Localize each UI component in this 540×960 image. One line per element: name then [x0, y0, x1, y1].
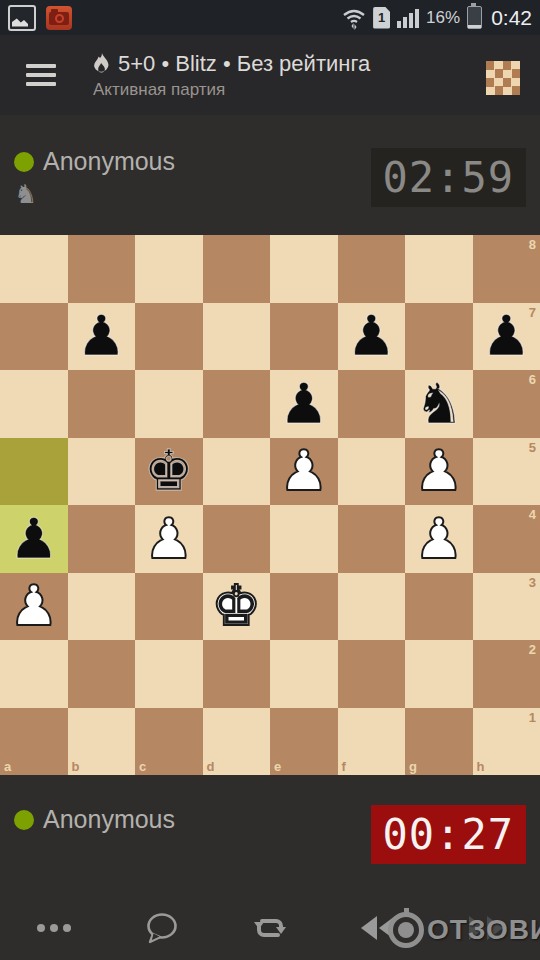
file-label-d: d	[207, 759, 215, 774]
white-pawn[interactable]: ♟	[0, 573, 68, 641]
square-d6[interactable]	[203, 370, 271, 438]
rank-label-1: 1	[529, 710, 536, 725]
gallery-notification-icon	[8, 5, 36, 31]
camera-notification-icon	[46, 6, 72, 30]
bottom-toolbar	[0, 895, 540, 960]
square-c6[interactable]	[135, 370, 203, 438]
file-label-a: a	[4, 759, 11, 774]
app-header: 5+0 • Blitz • Без рейтинга Активная парт…	[0, 35, 540, 115]
square-h2[interactable]: 2	[473, 640, 540, 708]
square-b8[interactable]	[68, 235, 136, 303]
square-e4[interactable]	[270, 505, 338, 573]
square-a3[interactable]: ♟	[0, 573, 68, 641]
square-a6[interactable]	[0, 370, 68, 438]
square-d7[interactable]	[203, 303, 271, 371]
square-a7[interactable]	[0, 303, 68, 371]
square-f6[interactable]	[338, 370, 406, 438]
square-h7[interactable]: ♟7	[473, 303, 540, 371]
chat-button[interactable]	[132, 905, 192, 951]
chat-bubble-icon	[145, 912, 179, 944]
online-indicator	[14, 810, 34, 830]
black-pawn[interactable]: ♟	[338, 303, 406, 371]
square-h5[interactable]: 5	[473, 438, 540, 506]
square-h6[interactable]: 6	[473, 370, 540, 438]
square-d4[interactable]	[203, 505, 271, 573]
opponent-bar: Anonymous ♞ 02:59	[0, 115, 540, 235]
black-knight[interactable]: ♞	[405, 370, 473, 438]
square-f2[interactable]	[338, 640, 406, 708]
file-label-e: e	[274, 759, 281, 774]
white-king[interactable]: ♚	[203, 573, 271, 641]
white-pawn[interactable]: ♟	[405, 438, 473, 506]
rank-label-5: 5	[529, 440, 536, 455]
black-pawn[interactable]: ♟	[0, 505, 68, 573]
captured-knight-icon: ♞	[14, 181, 37, 207]
opponent-name: Anonymous	[43, 147, 175, 176]
game-title: 5+0 • Blitz • Без рейтинга	[118, 51, 370, 77]
signal-strength-icon	[397, 8, 419, 28]
square-g5[interactable]: ♟	[405, 438, 473, 506]
app-screen: 1 16% 0:42 5+0 • Blitz • Без рейтинга Ак…	[0, 0, 540, 960]
square-g8[interactable]	[405, 235, 473, 303]
blitz-flame-icon	[93, 53, 110, 75]
battery-percent: 16%	[426, 8, 460, 28]
flip-board-button[interactable]	[240, 905, 300, 951]
square-c8[interactable]	[135, 235, 203, 303]
square-b6[interactable]	[68, 370, 136, 438]
square-b2[interactable]	[68, 640, 136, 708]
rank-label-3: 3	[529, 575, 536, 590]
sync-cycle-icon	[252, 911, 288, 945]
rank-label-7: 7	[529, 305, 536, 320]
sim-slot-number: 1	[378, 10, 385, 25]
square-h3[interactable]: 3	[473, 573, 540, 641]
square-f8[interactable]	[338, 235, 406, 303]
square-d1[interactable]: d	[203, 708, 271, 776]
fast-forward-icon	[469, 916, 503, 940]
ellipsis-icon	[37, 924, 71, 932]
square-d2[interactable]	[203, 640, 271, 708]
square-e5[interactable]: ♟	[270, 438, 338, 506]
square-f5[interactable]	[338, 438, 406, 506]
file-label-c: c	[139, 759, 146, 774]
board-thumbnail-icon[interactable]	[486, 61, 520, 95]
file-label-h: h	[477, 759, 485, 774]
rank-label-2: 2	[529, 642, 536, 657]
square-b1[interactable]: b	[68, 708, 136, 776]
square-b3[interactable]	[68, 573, 136, 641]
white-pawn[interactable]: ♟	[405, 505, 473, 573]
opponent-clock: 02:59	[371, 148, 526, 207]
file-label-b: b	[72, 759, 80, 774]
square-g3[interactable]	[405, 573, 473, 641]
square-d5[interactable]	[203, 438, 271, 506]
square-e7[interactable]	[270, 303, 338, 371]
rewind-icon	[361, 916, 395, 940]
square-e1[interactable]: e	[270, 708, 338, 776]
player-name: Anonymous	[43, 805, 175, 834]
square-a8[interactable]	[0, 235, 68, 303]
file-label-f: f	[342, 759, 346, 774]
square-g6[interactable]: ♞	[405, 370, 473, 438]
square-h1[interactable]: 1h	[473, 708, 540, 776]
square-a5[interactable]	[0, 438, 68, 506]
square-a2[interactable]	[0, 640, 68, 708]
square-g4[interactable]: ♟	[405, 505, 473, 573]
square-g2[interactable]	[405, 640, 473, 708]
battery-icon	[467, 6, 482, 29]
white-pawn[interactable]: ♟	[270, 438, 338, 506]
sim-card-icon: 1	[373, 7, 390, 29]
chess-board[interactable]: 8♟♟♟7♟♞6♚♟♟5♟♟♟4♟♚32abcdefg1h	[0, 235, 540, 775]
black-pawn[interactable]: ♟	[68, 303, 136, 371]
square-a4[interactable]: ♟	[0, 505, 68, 573]
square-e2[interactable]	[270, 640, 338, 708]
square-b7[interactable]: ♟	[68, 303, 136, 371]
black-king[interactable]: ♚	[135, 438, 203, 506]
square-c5[interactable]: ♚	[135, 438, 203, 506]
square-h8[interactable]: 8	[473, 235, 540, 303]
square-b4[interactable]	[68, 505, 136, 573]
square-e8[interactable]	[270, 235, 338, 303]
menu-hamburger-icon[interactable]	[26, 64, 56, 86]
square-c1[interactable]: c	[135, 708, 203, 776]
more-options-button[interactable]	[24, 905, 84, 951]
square-h4[interactable]: 4	[473, 505, 540, 573]
backward-button[interactable]	[348, 905, 408, 951]
forward-button[interactable]	[456, 905, 516, 951]
square-d3[interactable]: ♚	[203, 573, 271, 641]
white-pawn[interactable]: ♟	[135, 505, 203, 573]
square-g7[interactable]	[405, 303, 473, 371]
system-time: 0:42	[491, 6, 532, 30]
status-bar: 1 16% 0:42	[0, 0, 540, 35]
square-f3[interactable]	[338, 573, 406, 641]
rank-label-4: 4	[529, 507, 536, 522]
file-label-g: g	[409, 759, 417, 774]
square-f7[interactable]: ♟	[338, 303, 406, 371]
black-pawn[interactable]: ♟	[270, 370, 338, 438]
square-c4[interactable]: ♟	[135, 505, 203, 573]
wifi-icon	[342, 6, 366, 30]
square-e6[interactable]: ♟	[270, 370, 338, 438]
square-c3[interactable]	[135, 573, 203, 641]
rank-label-6: 6	[529, 372, 536, 387]
square-c2[interactable]	[135, 640, 203, 708]
square-g1[interactable]: g	[405, 708, 473, 776]
game-status: Активная партия	[93, 80, 370, 100]
square-d8[interactable]	[203, 235, 271, 303]
player-bar: Anonymous 00:27	[0, 775, 540, 895]
square-c7[interactable]	[135, 303, 203, 371]
square-f1[interactable]: f	[338, 708, 406, 776]
square-b5[interactable]	[68, 438, 136, 506]
square-e3[interactable]	[270, 573, 338, 641]
player-clock: 00:27	[371, 805, 526, 864]
square-f4[interactable]	[338, 505, 406, 573]
online-indicator	[14, 152, 34, 172]
rank-label-8: 8	[529, 237, 536, 252]
square-a1[interactable]: a	[0, 708, 68, 776]
